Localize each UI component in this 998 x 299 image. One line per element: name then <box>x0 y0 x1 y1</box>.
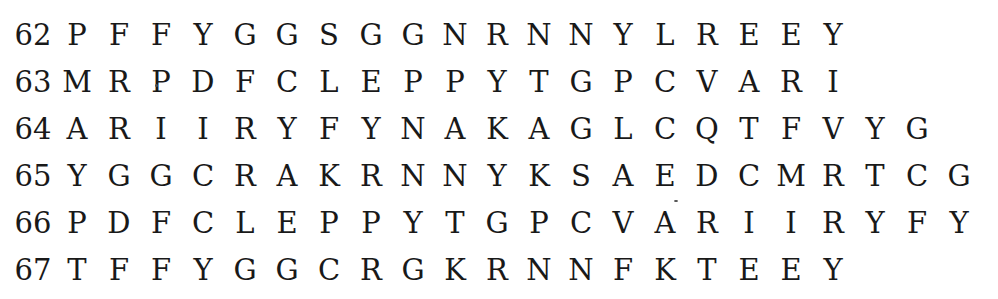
row-number: 67 <box>10 247 56 294</box>
letter-cell: Y <box>812 247 854 294</box>
letter-cell: S <box>560 153 602 200</box>
letter-cell: G <box>938 153 980 200</box>
empty-cell <box>896 247 938 294</box>
letter-cell: Y <box>854 200 896 247</box>
letter-cell: R <box>350 247 392 294</box>
letter-cell: R <box>98 106 140 153</box>
letter-cell: R <box>812 153 854 200</box>
letter-cell: A <box>602 153 644 200</box>
empty-cell <box>938 59 980 106</box>
letter-cell: N <box>518 247 560 294</box>
letter-cell: P <box>350 200 392 247</box>
row-number: 64 <box>10 106 56 153</box>
letter-cell: Y <box>476 153 518 200</box>
letter-cell: D <box>182 59 224 106</box>
letter-cell: N <box>434 12 476 59</box>
letter-cell: E <box>770 12 812 59</box>
letter-cell: G <box>266 12 308 59</box>
letter-cell: E <box>350 59 392 106</box>
letter-cell: C <box>308 247 350 294</box>
letter-cell: Y <box>854 106 896 153</box>
letter-cell: N <box>392 106 434 153</box>
letter-cell: F <box>98 247 140 294</box>
empty-cell <box>854 12 896 59</box>
letter-cell: P <box>308 200 350 247</box>
letter-cell: P <box>56 200 98 247</box>
letter-cell: P <box>434 59 476 106</box>
letter-cell: G <box>896 106 938 153</box>
row-number: 66 <box>10 200 56 247</box>
letter-cell: G <box>392 247 434 294</box>
letter-cell: E <box>266 200 308 247</box>
letter-cell: D <box>686 153 728 200</box>
letter-cell: R <box>476 12 518 59</box>
letter-cell: I <box>728 200 770 247</box>
letter-cell: R <box>812 200 854 247</box>
letter-cell: E <box>770 247 812 294</box>
letter-cell: K <box>476 106 518 153</box>
letter-cell: D <box>98 200 140 247</box>
letter-cell: P <box>392 59 434 106</box>
letter-cell: C <box>644 106 686 153</box>
letter-cell: L <box>308 59 350 106</box>
letter-cell: M <box>770 153 812 200</box>
letter-cell: N <box>560 12 602 59</box>
letter-cell: G <box>476 200 518 247</box>
letter-cell: C <box>728 153 770 200</box>
letter-cell: R <box>98 59 140 106</box>
letter-cell: A <box>56 106 98 153</box>
letter-cell: I <box>770 200 812 247</box>
letter-cell: C <box>896 153 938 200</box>
row-number: 65 <box>10 153 56 200</box>
letter-cell: R <box>686 200 728 247</box>
letter-cell: G <box>98 153 140 200</box>
letter-cell: C <box>182 153 224 200</box>
letter-cell: C <box>644 59 686 106</box>
letter-cell: R <box>476 247 518 294</box>
letter-cell: T <box>728 106 770 153</box>
letter-cell: T <box>518 59 560 106</box>
letter-cell: E <box>728 12 770 59</box>
letter-cell: G <box>140 153 182 200</box>
letter-cell: Y <box>938 200 980 247</box>
letter-cell: R <box>770 59 812 106</box>
letter-cell: A <box>266 153 308 200</box>
letter-cell: Y <box>392 200 434 247</box>
letter-cell: Y <box>56 153 98 200</box>
letter-cell: P <box>602 59 644 106</box>
letter-cell: R <box>224 153 266 200</box>
letter-cell: K <box>434 247 476 294</box>
letter-cell: F <box>140 247 182 294</box>
letter-cell: F <box>308 106 350 153</box>
letter-cell: R <box>686 12 728 59</box>
letter-cell: N <box>392 153 434 200</box>
ink-speck <box>674 200 678 202</box>
empty-cell <box>896 59 938 106</box>
letter-cell: F <box>140 12 182 59</box>
letter-cell: G <box>224 247 266 294</box>
letter-cell: K <box>308 153 350 200</box>
letter-cell: C <box>182 200 224 247</box>
letter-cell: T <box>686 247 728 294</box>
letter-cell: N <box>560 247 602 294</box>
letter-cell: L <box>224 200 266 247</box>
letter-cell: S <box>308 12 350 59</box>
empty-cell <box>896 12 938 59</box>
letter-cell: L <box>602 106 644 153</box>
letter-cell: I <box>812 59 854 106</box>
letter-cell: Y <box>266 106 308 153</box>
letter-cell: E <box>728 247 770 294</box>
letter-cell: Y <box>476 59 518 106</box>
letter-cell: C <box>560 200 602 247</box>
row-number: 63 <box>10 59 56 106</box>
letter-cell: I <box>182 106 224 153</box>
empty-cell <box>938 106 980 153</box>
letter-cell: F <box>98 12 140 59</box>
letter-cell: N <box>518 12 560 59</box>
scanned-letter-grid-page: 62PFFYGGSGGNRNNYLREEY63MRPDFCLEPPYTGPCVA… <box>0 0 998 294</box>
letter-cell: G <box>350 12 392 59</box>
empty-cell <box>854 247 896 294</box>
letter-cell: F <box>770 106 812 153</box>
letter-cell: L <box>644 12 686 59</box>
letter-cell: G <box>266 247 308 294</box>
letter-cell: F <box>140 200 182 247</box>
letter-cell: K <box>518 153 560 200</box>
letter-cell: M <box>56 59 98 106</box>
row-number: 62 <box>10 12 56 59</box>
letter-cell: G <box>392 12 434 59</box>
letter-cell: R <box>224 106 266 153</box>
letter-cell: E <box>644 153 686 200</box>
letter-cell: T <box>854 153 896 200</box>
empty-cell <box>938 247 980 294</box>
letter-cell: Y <box>182 12 224 59</box>
letter-cell: G <box>224 12 266 59</box>
letter-cell: Y <box>350 106 392 153</box>
letter-grid: 62PFFYGGSGGNRNNYLREEY63MRPDFCLEPPYTGPCVA… <box>0 0 998 294</box>
letter-cell: P <box>56 12 98 59</box>
letter-cell: I <box>140 106 182 153</box>
letter-cell: P <box>518 200 560 247</box>
letter-cell: C <box>266 59 308 106</box>
letter-cell: T <box>434 200 476 247</box>
letter-cell: A <box>644 200 686 247</box>
letter-cell: Q <box>686 106 728 153</box>
letter-cell: P <box>140 59 182 106</box>
letter-cell: G <box>560 106 602 153</box>
letter-cell: K <box>644 247 686 294</box>
letter-cell: A <box>434 106 476 153</box>
letter-cell: F <box>224 59 266 106</box>
letter-cell: T <box>56 247 98 294</box>
letter-cell: V <box>602 200 644 247</box>
letter-cell: A <box>728 59 770 106</box>
letter-cell: R <box>350 153 392 200</box>
letter-cell: Y <box>602 12 644 59</box>
letter-cell: V <box>812 106 854 153</box>
letter-cell: F <box>896 200 938 247</box>
empty-cell <box>854 59 896 106</box>
ink-speck <box>155 84 158 87</box>
letter-cell: A <box>518 106 560 153</box>
letter-cell: G <box>560 59 602 106</box>
letter-cell: F <box>602 247 644 294</box>
letter-cell: Y <box>812 12 854 59</box>
letter-cell: N <box>434 153 476 200</box>
empty-cell <box>938 12 980 59</box>
letter-cell: Y <box>182 247 224 294</box>
letter-cell: V <box>686 59 728 106</box>
